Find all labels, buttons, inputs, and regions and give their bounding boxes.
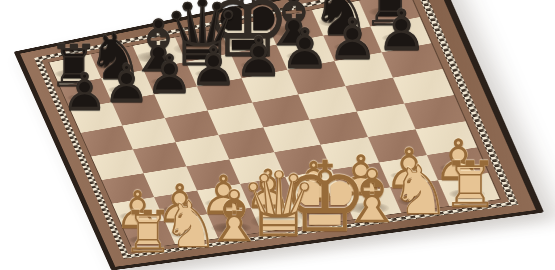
board-inner-frame (42, 0, 509, 254)
chess-board (14, 0, 544, 270)
photo-background: ♜♖♞♘♝♗♛♕♚♔♝♗♞♘♜♖♟♙♟♙♟♙♟♙♟♙♟♙♟♙♟♙♟♙♟♙♟♙♟♙… (0, 0, 555, 270)
board-frame (20, 0, 536, 267)
board-grid (48, 0, 501, 251)
square-h1 (438, 173, 499, 206)
board-edge (14, 0, 544, 270)
mosaic-inlay-border (34, 0, 518, 259)
